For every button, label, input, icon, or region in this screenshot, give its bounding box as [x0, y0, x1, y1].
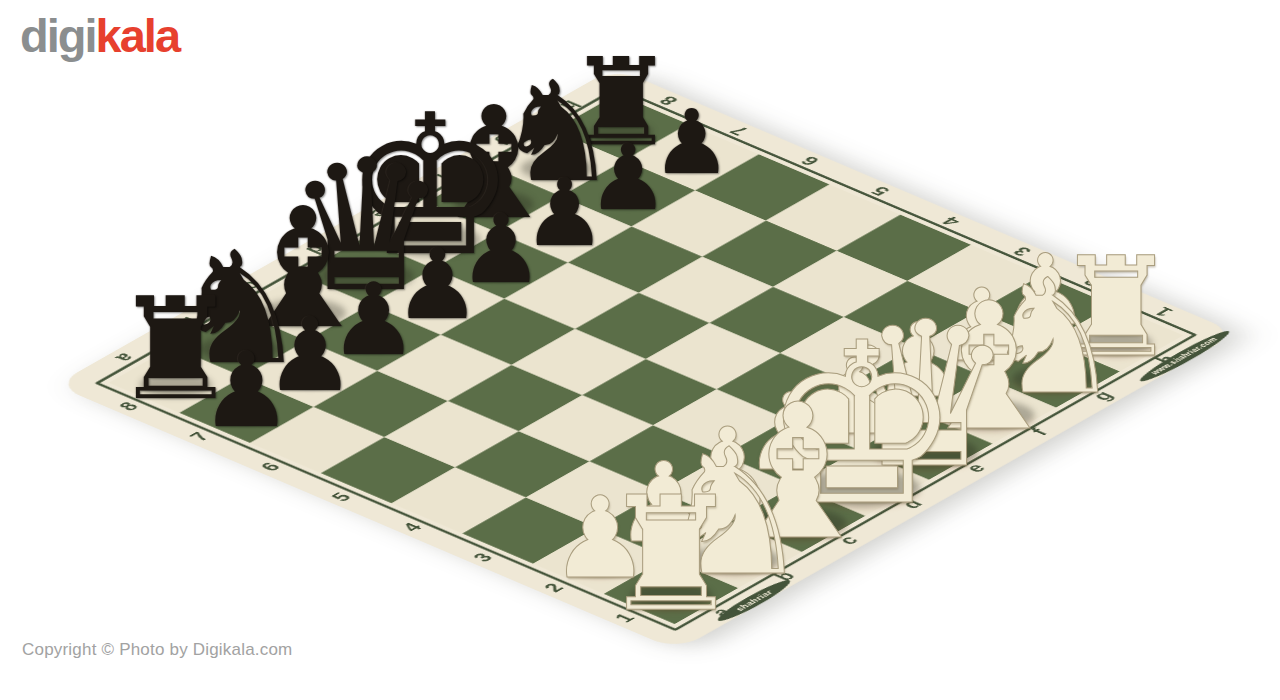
digikala-logo: digikala [20, 12, 179, 59]
rank-label-8-right: 8 [655, 94, 681, 107]
rank-label-2-right: 2 [1079, 275, 1105, 288]
logo-digi: digi [20, 9, 96, 62]
file-label-f-bottom: f [1028, 427, 1051, 438]
file-label-b-bottom: b [771, 570, 799, 583]
file-label-c-bottom: c [835, 534, 862, 547]
file-label-e-top: e [365, 207, 392, 220]
rank-label-3-right: 3 [1009, 245, 1035, 258]
rank-label-4-right: 4 [938, 214, 964, 227]
file-label-g-bottom: g [1089, 389, 1117, 402]
logo-kala: kala [96, 9, 179, 62]
file-label-a-top: a [111, 351, 138, 364]
rank-label-6-right: 6 [796, 154, 822, 167]
product-photo: digikala shahriar www.shahriar.com 88776… [0, 0, 1280, 700]
rank-label-7-right: 7 [726, 124, 752, 137]
rank-label-1-right: 1 [1150, 305, 1176, 318]
board-grid [109, 94, 1184, 624]
file-label-e-bottom: e [962, 462, 989, 475]
rank-label-5-right: 5 [867, 184, 893, 197]
chess-board: shahriar www.shahriar.com 88776655443322… [55, 67, 1237, 650]
file-label-d-bottom: d [898, 498, 926, 511]
file-label-c-top: c [238, 279, 265, 292]
file-label-f-top: f [431, 172, 454, 183]
copyright-text: Copyright © Photo by Digikala.com [22, 640, 292, 660]
